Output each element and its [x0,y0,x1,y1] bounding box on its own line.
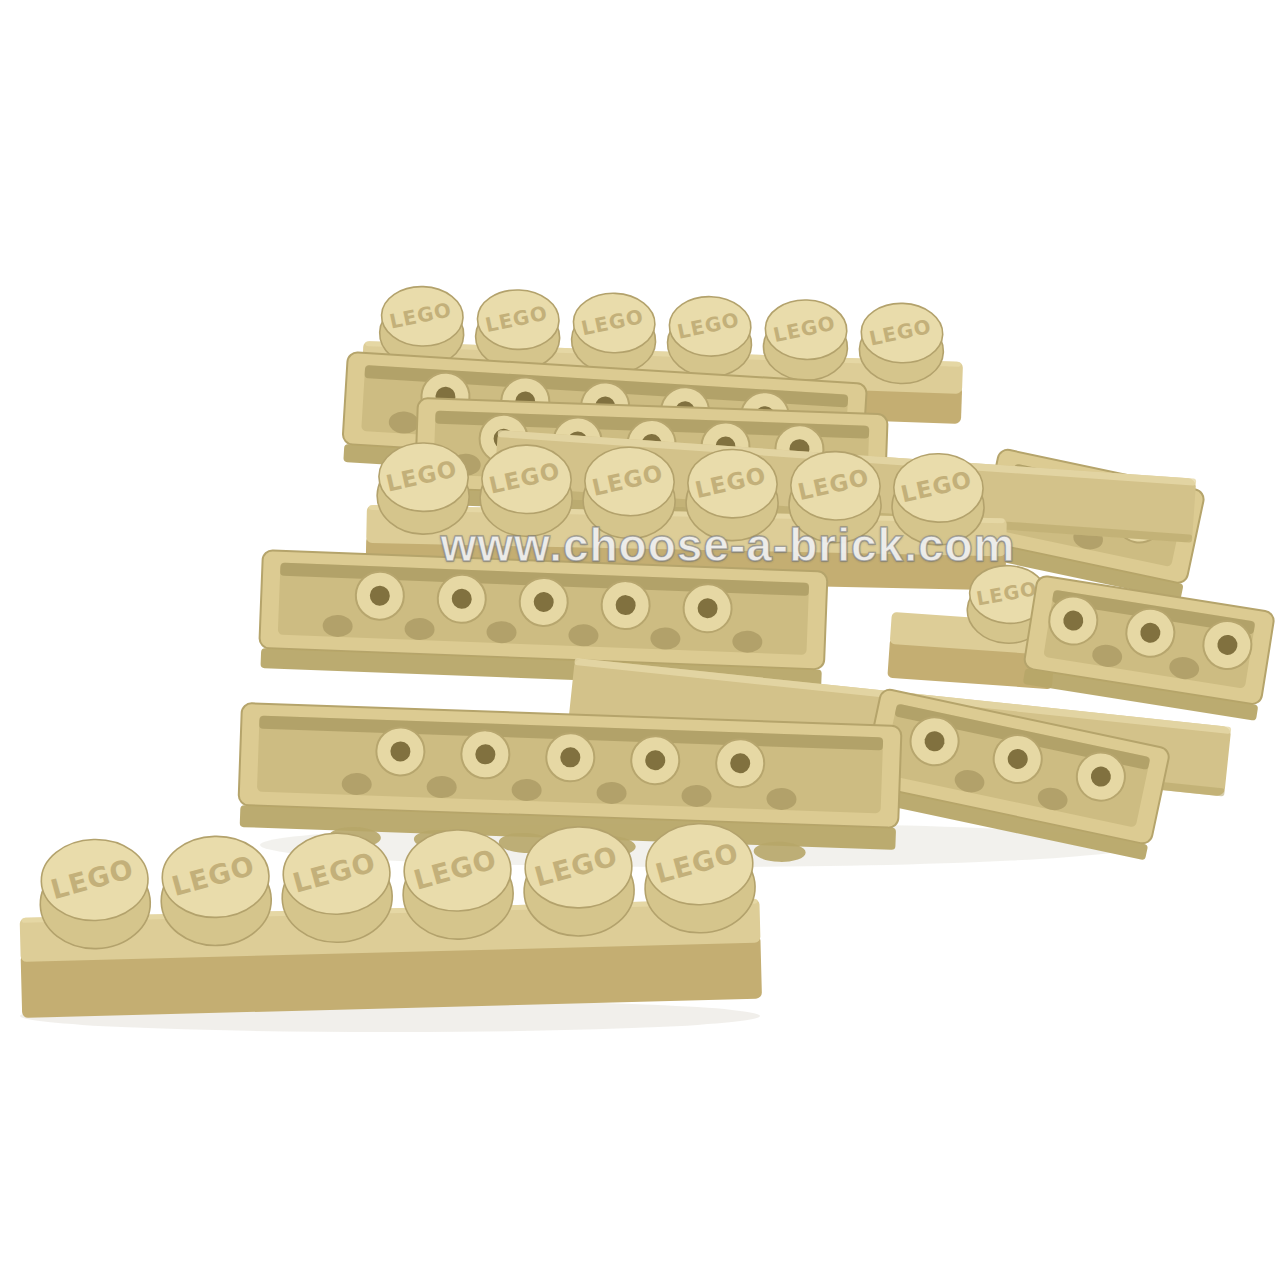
watermark-text: www.choose-a-brick.com [441,518,1016,572]
lego-plates-scene: LEGOLEGOLEGOLEGOLEGOLEGOLEGOLEGOLEGOLEGO… [0,0,1280,1280]
lego-plate-right-end-mid [1021,575,1275,721]
product-photo: LEGOLEGOLEGOLEGOLEGOLEGOLEGOLEGOLEGOLEGO… [0,0,1280,1280]
